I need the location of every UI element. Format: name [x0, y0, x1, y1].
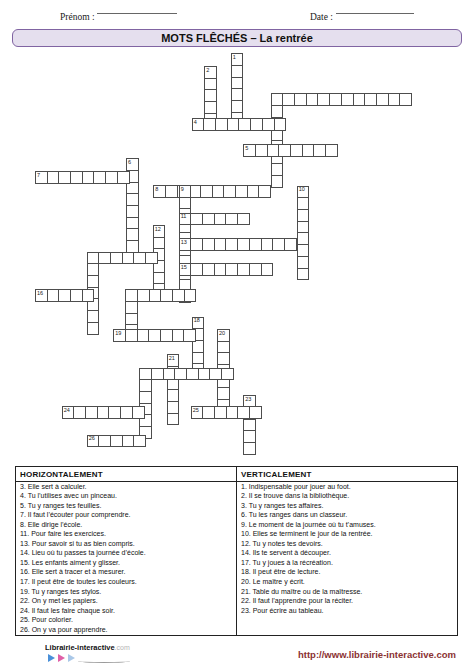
logo-arrow-pink-icon [58, 654, 65, 662]
clue-box: HORIZONTALEMENT 3. Elle sert à calculer.… [15, 466, 458, 636]
word-7-across: 7 [35, 171, 130, 184]
grid-cell[interactable] [82, 289, 95, 302]
cell-number: 13 [181, 240, 187, 246]
grid-cell[interactable] [284, 238, 297, 251]
cell-number: 4 [194, 120, 197, 126]
cell-number: 10 [299, 187, 305, 193]
clue-item: 9. Le moment de la journée où tu t’amuse… [237, 520, 457, 530]
down-clues-header: VERTICALEMENT [237, 467, 457, 482]
word-3-across: 3 [271, 93, 412, 106]
cell-number: 15 [181, 265, 187, 271]
cell-number: 12 [155, 227, 161, 233]
grid-cell[interactable] [297, 268, 310, 281]
grid-cell[interactable] [132, 406, 145, 419]
word-21-down: 21 [167, 354, 180, 425]
grid-cell[interactable] [87, 322, 100, 335]
clue-item: 3. Elle sert à calculer. [16, 482, 236, 492]
word-4-across: 4 [192, 118, 287, 131]
word-25-across: 25 [191, 406, 262, 419]
cell-number: 18 [194, 318, 200, 324]
grid-cell[interactable] [117, 171, 130, 184]
cell-number: 1 [233, 55, 236, 61]
publisher-logo-text: Librairie-interactive [45, 643, 115, 652]
cell-number: 19 [115, 331, 121, 337]
clue-item: 6. Tu les ranges dans un classeur. [237, 510, 457, 520]
grid-cell[interactable] [133, 435, 146, 448]
cell-number: 2 [206, 68, 209, 74]
word-16-across: 16 [35, 289, 94, 302]
clue-item: 2. Il se trouve dans la bibliothèque. [237, 491, 457, 501]
cell-number: 23 [245, 397, 251, 403]
grid-cell[interactable] [237, 213, 250, 226]
clue-item: 13. Pour savoir si tu as bien compris. [16, 539, 236, 549]
clue-item: 25. Pour colorier. [16, 615, 236, 625]
grid-cell[interactable] [261, 263, 274, 276]
cell-number: 21 [169, 356, 175, 362]
word-10-down: 10 [297, 186, 310, 281]
down-clues-column: VERTICALEMENT 1. Indispensable pour joue… [237, 467, 457, 635]
clue-item: 5. Tu y ranges tes feuilles. [16, 501, 236, 511]
word-24-across: 24 [62, 406, 145, 419]
word-3-down [271, 93, 284, 188]
across-clues-header: HORIZONTALEMENT [16, 467, 236, 482]
cell-number: 8 [155, 187, 158, 193]
grid-cell[interactable] [167, 413, 180, 426]
grid-cell[interactable] [221, 368, 234, 381]
clue-item: 19. Tu y ranges tes stylos. [16, 587, 236, 597]
clue-item: 24. Il faut les faire chaque soir. [16, 606, 236, 616]
clue-item: 7. Il faut l’écouter pour comprendre. [16, 510, 236, 520]
grid-cell[interactable] [145, 252, 158, 265]
grid-cell[interactable] [399, 93, 412, 106]
cell-number: 11 [181, 214, 187, 220]
word-8-across: 8 [153, 185, 271, 198]
cell-number: 26 [89, 436, 95, 442]
grid-cell[interactable] [183, 329, 196, 342]
website-url: http://www.librairie-interactive.com [298, 649, 456, 660]
clue-item: 17. Il peut être de toutes les couleurs. [16, 577, 236, 587]
logo-arrow-blue-icon [48, 654, 55, 662]
cell-number: 6 [128, 160, 131, 166]
grid-cell[interactable] [243, 442, 256, 455]
clue-item: 22. Il faut l’apprendre pour la réciter. [237, 596, 457, 606]
clue-item: 4. Tu l’utilises avec un pinceau. [16, 491, 236, 501]
across-clues-list: 3. Elle sert à calculer.4. Tu l’utilises… [16, 482, 236, 635]
grid-cell[interactable] [184, 289, 197, 302]
clue-item: 23. Pour écrire au tableau. [237, 606, 457, 616]
word-15-across: 15 [179, 263, 274, 276]
clue-item: 1. Indispensable pour jouer au foot. [237, 482, 457, 492]
grid-cell[interactable] [271, 175, 284, 188]
clue-item: 21. Table du maître ou de la maîtresse. [237, 587, 457, 597]
cell-number: 9 [181, 187, 184, 193]
clue-item: 8. Elle dirige l’école. [16, 520, 236, 530]
clue-item: 16. Elle sert à tracer et à mesurer. [16, 567, 236, 577]
clue-item: 14. Lieu où tu passes ta journée d’école… [16, 548, 236, 558]
logo-swoosh-line [78, 659, 130, 663]
word-22-down [139, 368, 152, 439]
word-23-down: 23 [243, 395, 256, 454]
across-clues-column: HORIZONTALEMENT 3. Elle sert à calculer.… [16, 467, 237, 635]
down-clues-list: 1. Indispensable pour jouer au foot.2. I… [237, 482, 457, 616]
cell-number: 7 [37, 173, 40, 179]
clue-item: 20. Le maître y écrit. [237, 577, 457, 587]
clue-item: 18. Il peut être de lecture. [237, 567, 457, 577]
logo-arrow-lightblue-icon [68, 654, 75, 662]
publisher-logo-suffix: .com [115, 644, 130, 651]
clue-item: 22. On y met les papiers. [16, 596, 236, 606]
cell-number: 24 [64, 408, 70, 414]
cell-number: 5 [245, 146, 248, 152]
clue-item: 3. Tu y ranges tes affaires. [237, 501, 457, 511]
clue-item: 11. Pour faire les exercices. [16, 529, 236, 539]
cell-number: 25 [193, 408, 199, 414]
word-19-across: 19 [113, 329, 196, 342]
publisher-logo: Librairie-interactive.com [45, 643, 130, 652]
word-1-down: 1 [231, 53, 244, 124]
clue-item: 15. Les enfants aiment y glisser. [16, 558, 236, 568]
word-5-across: 5 [243, 144, 338, 157]
clue-item: 26. On y va pour apprendre. [16, 625, 236, 635]
cell-number: 16 [37, 291, 43, 297]
clue-item: 10. Elles se terminent le jour de la ren… [237, 529, 457, 539]
word-2-down: 2 [204, 66, 217, 125]
grid-cell[interactable] [274, 118, 287, 131]
word-22-across: 22 [139, 368, 234, 381]
clue-item: 12. Tu y notes tes devoirs. [237, 539, 457, 549]
word-13-across: 13 [179, 238, 297, 251]
word-11-across: 11 [179, 213, 250, 226]
grid-cell[interactable] [249, 406, 262, 419]
clue-item: 14. Ils te servent à découper. [237, 548, 457, 558]
grid-cell[interactable] [325, 144, 338, 157]
cell-number: 20 [219, 331, 225, 337]
clue-item: 17. Tu y joues à la récréation. [237, 558, 457, 568]
grid-cell[interactable] [258, 185, 271, 198]
word-26-across: 26 [87, 435, 146, 448]
